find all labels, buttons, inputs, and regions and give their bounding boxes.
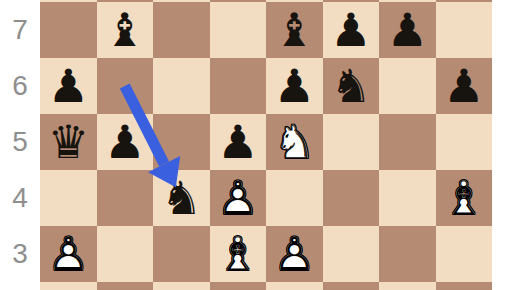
black-knight: ♞	[153, 170, 210, 226]
square-a6[interactable]: ♟	[40, 58, 97, 114]
chess-diagram: 7 6 5 4 3 ♝♝♟♟♟♟♞♟♛♟♟♞♘♞♟♙♝♗♟♙♝♗♟♙	[0, 0, 516, 290]
piece-glyph-fill: ♝	[210, 226, 267, 282]
piece-glyph-fill: ♝	[436, 170, 493, 226]
square-d5[interactable]: ♟	[210, 114, 267, 170]
piece-glyph-outline: ♙	[40, 226, 97, 282]
chess-board: ♝♝♟♟♟♟♞♟♛♟♟♞♘♞♟♙♝♗♟♙♝♗♟♙	[40, 0, 492, 290]
square-f2	[323, 282, 380, 290]
square-b7[interactable]: ♝	[97, 2, 154, 58]
square-d7[interactable]	[210, 2, 267, 58]
square-b6[interactable]	[97, 58, 154, 114]
black-pawn: ♟	[266, 58, 323, 114]
rank-label-5: 5	[0, 114, 40, 170]
square-e4[interactable]	[266, 170, 323, 226]
square-f5[interactable]	[323, 114, 380, 170]
piece-glyph-outline: ♙	[210, 170, 267, 226]
square-d2	[210, 282, 267, 290]
square-e3[interactable]: ♟♙	[266, 226, 323, 282]
piece-glyph-outline: ♗	[210, 226, 267, 282]
square-c7[interactable]	[153, 2, 210, 58]
square-c4[interactable]: ♞	[153, 170, 210, 226]
black-bishop: ♝	[97, 2, 154, 58]
white-pawn: ♟♙	[210, 170, 267, 226]
square-b5[interactable]: ♟	[97, 114, 154, 170]
black-pawn: ♟	[97, 114, 154, 170]
square-c3[interactable]	[153, 226, 210, 282]
square-b2	[97, 282, 154, 290]
black-pawn: ♟	[323, 2, 380, 58]
rank-label-6: 6	[0, 58, 40, 114]
black-knight: ♞	[323, 58, 380, 114]
square-d3[interactable]: ♝♗	[210, 226, 267, 282]
square-g5[interactable]	[379, 114, 436, 170]
square-a5[interactable]: ♛	[40, 114, 97, 170]
piece-glyph-fill: ♟	[266, 226, 323, 282]
piece-glyph-fill: ♟	[40, 226, 97, 282]
piece-glyph-fill: ♟	[210, 170, 267, 226]
square-g7[interactable]: ♟	[379, 2, 436, 58]
black-pawn: ♟	[210, 114, 267, 170]
square-g6[interactable]	[379, 58, 436, 114]
white-bishop: ♝♗	[436, 170, 493, 226]
white-bishop: ♝♗	[210, 226, 267, 282]
black-pawn: ♟	[436, 58, 493, 114]
square-a2	[40, 282, 97, 290]
square-a3[interactable]: ♟♙	[40, 226, 97, 282]
rank-labels-gutter: 7 6 5 4 3	[0, 0, 40, 290]
square-f6[interactable]: ♞	[323, 58, 380, 114]
piece-glyph-fill: ♞	[266, 114, 323, 170]
square-g2	[379, 282, 436, 290]
square-g4[interactable]	[379, 170, 436, 226]
square-c5[interactable]	[153, 114, 210, 170]
square-h7[interactable]	[436, 2, 493, 58]
black-bishop: ♝	[266, 2, 323, 58]
square-d4[interactable]: ♟♙	[210, 170, 267, 226]
square-e5[interactable]: ♞♘	[266, 114, 323, 170]
piece-glyph-outline: ♗	[436, 170, 493, 226]
rank-label-3: 3	[0, 226, 40, 282]
black-pawn: ♟	[379, 2, 436, 58]
white-knight: ♞♘	[266, 114, 323, 170]
square-e6[interactable]: ♟	[266, 58, 323, 114]
square-a7[interactable]	[40, 2, 97, 58]
square-h2	[436, 282, 493, 290]
square-e7[interactable]: ♝	[266, 2, 323, 58]
square-c6[interactable]	[153, 58, 210, 114]
white-pawn: ♟♙	[266, 226, 323, 282]
white-pawn: ♟♙	[40, 226, 97, 282]
piece-glyph-outline: ♙	[266, 226, 323, 282]
square-f4[interactable]	[323, 170, 380, 226]
square-b4[interactable]	[97, 170, 154, 226]
square-g3[interactable]	[379, 226, 436, 282]
rank-label-4: 4	[0, 170, 40, 226]
square-h3[interactable]	[436, 226, 493, 282]
square-f7[interactable]: ♟	[323, 2, 380, 58]
square-c2	[153, 282, 210, 290]
piece-glyph-outline: ♘	[266, 114, 323, 170]
square-d6[interactable]	[210, 58, 267, 114]
square-a4[interactable]	[40, 170, 97, 226]
rank-label-7: 7	[0, 2, 40, 58]
square-e2	[266, 282, 323, 290]
black-pawn: ♟	[40, 58, 97, 114]
square-f3[interactable]	[323, 226, 380, 282]
black-queen: ♛	[40, 114, 97, 170]
square-b3[interactable]	[97, 226, 154, 282]
square-h6[interactable]: ♟	[436, 58, 493, 114]
square-h5[interactable]	[436, 114, 493, 170]
square-h4[interactable]: ♝♗	[436, 170, 493, 226]
